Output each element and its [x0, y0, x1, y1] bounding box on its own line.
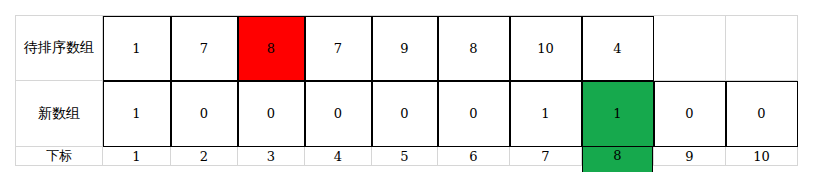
index-cell-1: 1 [103, 147, 171, 166]
array-cell-7: 10 [510, 16, 582, 81]
count-cell-6: 0 [438, 81, 510, 147]
index-cell-10: 10 [726, 147, 798, 166]
count-cell-8-highlighted: 1 [582, 81, 654, 147]
index-cell-6: 6 [438, 147, 510, 166]
array-cell-4: 7 [305, 16, 372, 81]
array-cell-10-empty [726, 16, 798, 81]
count-cell-4: 0 [305, 81, 372, 147]
count-cell-2: 0 [171, 81, 238, 147]
array-cell-8: 4 [582, 16, 654, 81]
index-cell-5: 5 [372, 147, 438, 166]
index-cell-9: 9 [654, 147, 726, 166]
index-cell-3: 3 [238, 147, 305, 166]
count-cell-9: 0 [654, 81, 726, 147]
array-cell-2: 7 [171, 16, 238, 81]
count-cell-7: 1 [510, 81, 582, 147]
index-highlight-box: 8 [582, 147, 653, 172]
array-cell-5: 9 [372, 16, 438, 81]
array-cell-9-empty [654, 16, 726, 81]
row-label-unsorted-array: 待排序数组 [16, 16, 103, 81]
count-cell-5: 0 [372, 81, 438, 147]
counting-sort-table: 待排序数组 1 7 8 7 9 8 10 4 新数组 1 0 0 0 0 0 1… [15, 15, 798, 166]
index-cell-2: 2 [171, 147, 238, 166]
index-cell-8-highlighted: 8 [582, 147, 654, 166]
count-cell-1: 1 [103, 81, 171, 147]
array-cell-1: 1 [103, 16, 171, 81]
count-cell-10: 0 [726, 81, 798, 147]
array-cell-6: 8 [438, 16, 510, 81]
index-cell-4: 4 [305, 147, 372, 166]
index-cell-7: 7 [510, 147, 582, 166]
row-label-new-array: 新数组 [16, 81, 103, 147]
row-label-index: 下标 [16, 147, 103, 166]
array-cell-3-highlighted: 8 [238, 16, 305, 81]
count-cell-3: 0 [238, 81, 305, 147]
